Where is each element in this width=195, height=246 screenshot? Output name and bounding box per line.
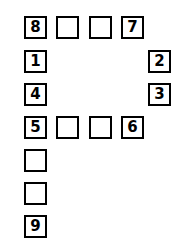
puzzle-cell-empty[interactable] [89,16,112,39]
puzzle-cell-given[interactable]: 6 [121,116,144,139]
puzzle-cell-given[interactable]: 4 [24,83,47,106]
puzzle-cell-given[interactable]: 3 [148,83,171,106]
puzzle-cell-given[interactable]: 2 [148,50,171,73]
puzzle-board: 871243569 [0,0,195,246]
puzzle-cell-given[interactable]: 7 [121,16,144,39]
puzzle-cell-given[interactable]: 8 [24,16,47,39]
puzzle-cell-given[interactable]: 5 [24,116,47,139]
puzzle-cell-empty[interactable] [24,149,47,172]
puzzle-cell-empty[interactable] [89,116,112,139]
puzzle-cell-empty[interactable] [56,16,79,39]
puzzle-cell-empty[interactable] [24,182,47,205]
puzzle-cell-given[interactable]: 1 [24,50,47,73]
puzzle-cell-given[interactable]: 9 [24,215,47,238]
puzzle-cell-empty[interactable] [56,116,79,139]
